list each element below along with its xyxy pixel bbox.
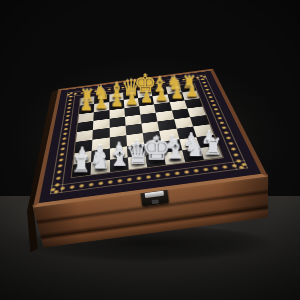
photo-vignette	[0, 0, 300, 300]
chess-set-photo: ♜♞♝♛♚♝♞♜♟♟♟♟♟♟♟♟♟♟♟♟♟♟♟♟♜♞♝♛♚♝♞♜	[0, 0, 300, 300]
